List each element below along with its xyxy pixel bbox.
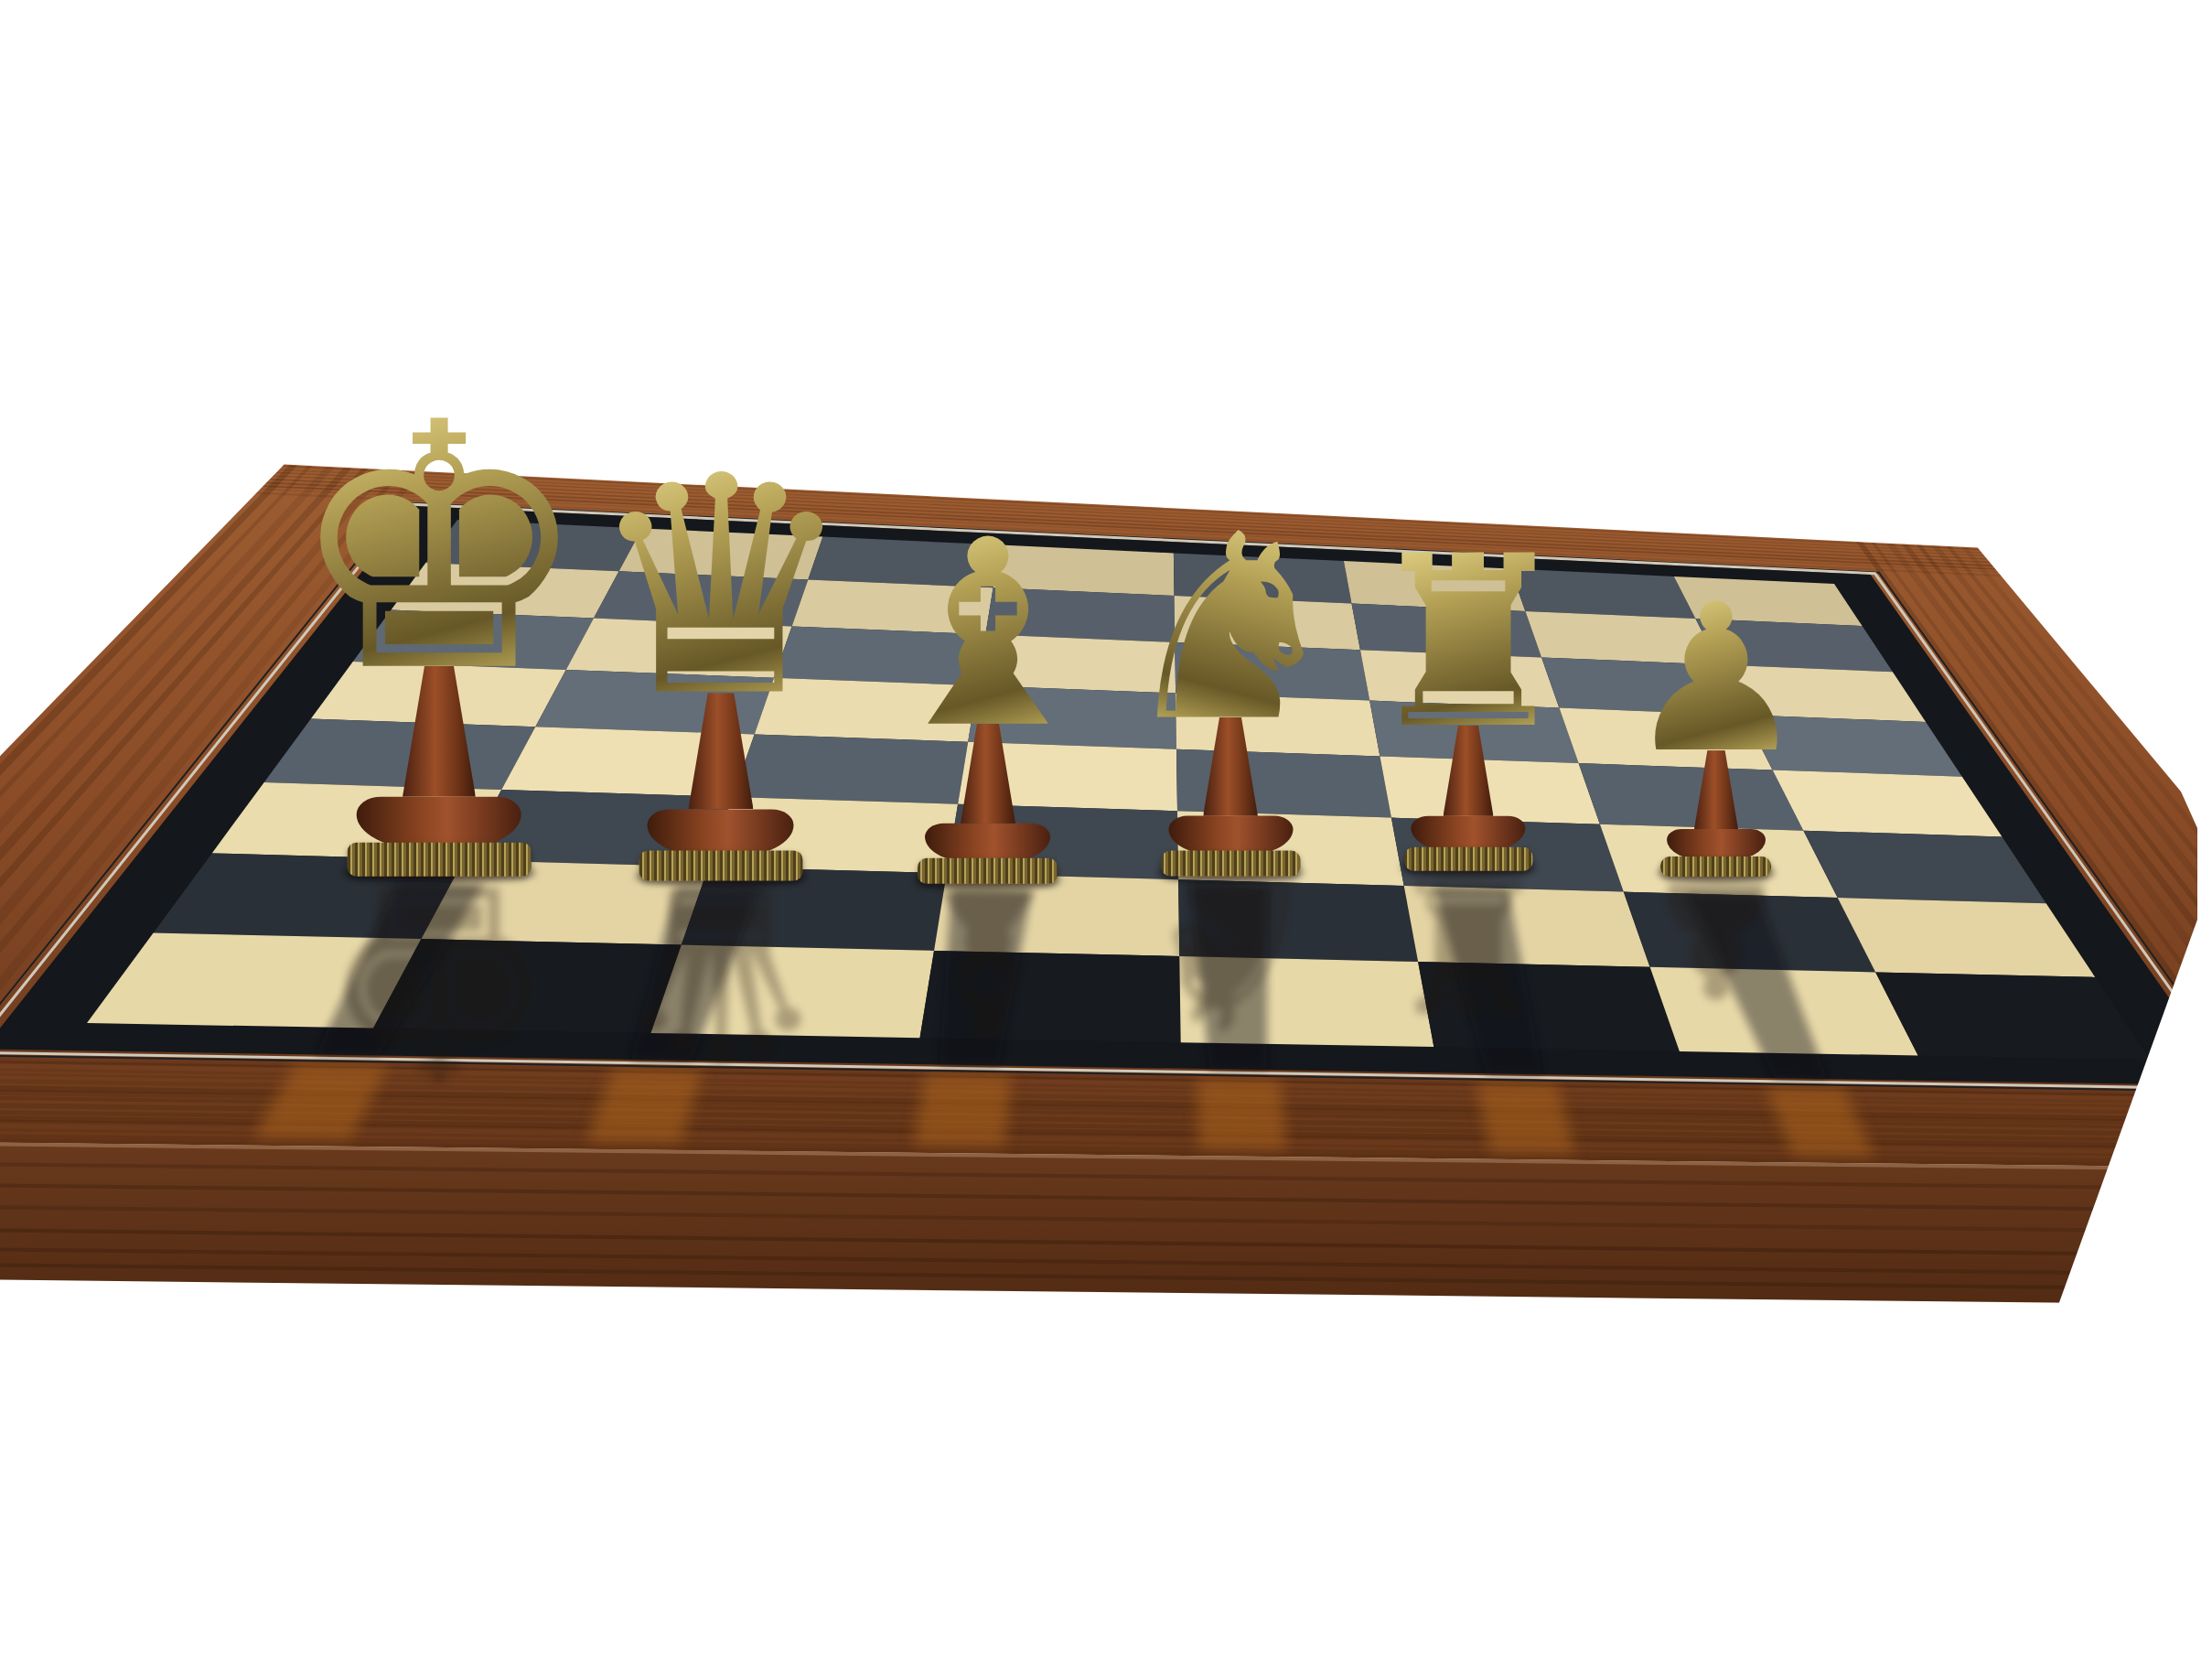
mirror-image-queen: ♛ — [615, 878, 827, 1063]
queen-glyph: ♛ — [586, 470, 856, 706]
knight-glyph: ♞ — [1115, 529, 1345, 728]
queen-wood-base — [648, 809, 794, 856]
piece-queen: ♛ — [586, 470, 856, 880]
frame-reflection-knight — [1197, 1078, 1287, 1149]
mirror-image-pawn: ♟ — [1645, 875, 1788, 1000]
piece-bishop: ♝ — [873, 534, 1103, 884]
king-brass-ring — [347, 843, 531, 877]
pawn-brass-ring — [1660, 856, 1771, 877]
pawn-glyph: ♟ — [1625, 600, 1808, 759]
piece-rook: ♜ — [1362, 552, 1573, 871]
mirror-image-rook: ♜ — [1385, 869, 1551, 1014]
rook-brass-ring — [1404, 847, 1532, 871]
mirror-image-king: ♚ — [319, 875, 559, 1083]
frame-reflection-bishop — [914, 1074, 1011, 1147]
bishop-brass-ring — [918, 858, 1058, 884]
chess-product-photo: ♚♚♛♛♝♝♞♞♜♜♟♟ — [0, 0, 2212, 1659]
king-glyph: ♚ — [287, 416, 592, 681]
piece-king: ♚ — [287, 416, 592, 877]
mirror-image-bishop: ♝ — [897, 882, 1079, 1040]
bishop-glyph: ♝ — [873, 534, 1103, 735]
piece-pawn: ♟ — [1625, 600, 1808, 877]
queen-brass-ring — [639, 850, 802, 880]
mirror-image-knight: ♞ — [1140, 875, 1320, 1032]
rook-glyph: ♜ — [1362, 552, 1573, 736]
piece-knight: ♞ — [1115, 529, 1345, 877]
knight-brass-ring — [1161, 851, 1300, 877]
